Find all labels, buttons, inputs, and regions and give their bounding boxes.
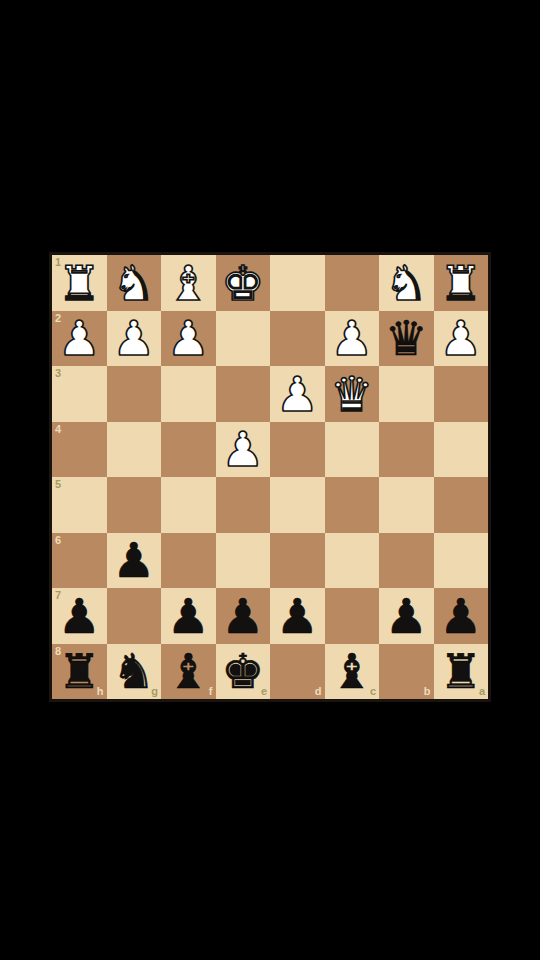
square-c3[interactable]: ♛ <box>325 366 380 422</box>
square-d7[interactable]: ♟ <box>270 588 325 644</box>
square-b2[interactable]: ♛ <box>379 311 434 367</box>
square-h8[interactable]: 8h♜ <box>52 644 107 700</box>
square-e8[interactable]: e♚ <box>216 644 271 700</box>
square-h1[interactable]: 1♜ <box>52 255 107 311</box>
chess-board: 1♜♞♝♚♞♜2♟♟♟♟♛♟3♟♛4♟56♟7♟♟♟♟♟♟8h♜g♞f♝e♚dc… <box>52 255 488 699</box>
square-c1[interactable] <box>325 255 380 311</box>
square-d6[interactable] <box>270 533 325 589</box>
square-h7[interactable]: 7♟ <box>52 588 107 644</box>
square-h6[interactable]: 6 <box>52 533 107 589</box>
square-f6[interactable] <box>161 533 216 589</box>
square-e1[interactable]: ♚ <box>216 255 271 311</box>
piece-white-pawn-g2[interactable]: ♟ <box>107 311 162 367</box>
rank-label-6: 6 <box>55 535 61 546</box>
piece-black-pawn-h7[interactable]: ♟ <box>52 588 107 644</box>
square-h2[interactable]: 2♟ <box>52 311 107 367</box>
square-g8[interactable]: g♞ <box>107 644 162 700</box>
square-a1[interactable]: ♜ <box>434 255 489 311</box>
square-g6[interactable]: ♟ <box>107 533 162 589</box>
square-e4[interactable]: ♟ <box>216 422 271 478</box>
square-e6[interactable] <box>216 533 271 589</box>
square-d1[interactable] <box>270 255 325 311</box>
piece-white-rook-a1[interactable]: ♜ <box>434 255 489 311</box>
square-h4[interactable]: 4 <box>52 422 107 478</box>
square-h5[interactable]: 5 <box>52 477 107 533</box>
square-c2[interactable]: ♟ <box>325 311 380 367</box>
square-c4[interactable] <box>325 422 380 478</box>
piece-black-pawn-e7[interactable]: ♟ <box>216 588 271 644</box>
piece-white-pawn-h2[interactable]: ♟ <box>52 311 107 367</box>
piece-white-pawn-d3[interactable]: ♟ <box>270 366 325 422</box>
piece-white-queen-c3[interactable]: ♛ <box>325 366 380 422</box>
piece-black-pawn-b7[interactable]: ♟ <box>379 588 434 644</box>
square-d4[interactable] <box>270 422 325 478</box>
piece-white-rook-h1[interactable]: ♜ <box>52 255 107 311</box>
piece-white-pawn-f2[interactable]: ♟ <box>161 311 216 367</box>
square-a7[interactable]: ♟ <box>434 588 489 644</box>
square-b3[interactable] <box>379 366 434 422</box>
square-e2[interactable] <box>216 311 271 367</box>
square-b1[interactable]: ♞ <box>379 255 434 311</box>
square-f8[interactable]: f♝ <box>161 644 216 700</box>
piece-black-queen-b2[interactable]: ♛ <box>379 311 434 367</box>
piece-white-bishop-f1[interactable]: ♝ <box>161 255 216 311</box>
square-b5[interactable] <box>379 477 434 533</box>
square-c5[interactable] <box>325 477 380 533</box>
square-a6[interactable] <box>434 533 489 589</box>
app-background: 1♜♞♝♚♞♜2♟♟♟♟♛♟3♟♛4♟56♟7♟♟♟♟♟♟8h♜g♞f♝e♚dc… <box>0 0 540 960</box>
piece-black-pawn-a7[interactable]: ♟ <box>434 588 489 644</box>
piece-white-knight-b1[interactable]: ♞ <box>379 255 434 311</box>
square-d2[interactable] <box>270 311 325 367</box>
piece-black-pawn-d7[interactable]: ♟ <box>270 588 325 644</box>
square-g4[interactable] <box>107 422 162 478</box>
square-c6[interactable] <box>325 533 380 589</box>
square-g3[interactable] <box>107 366 162 422</box>
piece-white-pawn-c2[interactable]: ♟ <box>325 311 380 367</box>
piece-black-pawn-g6[interactable]: ♟ <box>107 533 162 589</box>
square-f1[interactable]: ♝ <box>161 255 216 311</box>
rank-label-4: 4 <box>55 424 61 435</box>
chess-board-frame: 1♜♞♝♚♞♜2♟♟♟♟♛♟3♟♛4♟56♟7♟♟♟♟♟♟8h♜g♞f♝e♚dc… <box>49 252 491 702</box>
square-g7[interactable] <box>107 588 162 644</box>
piece-white-king-e1[interactable]: ♚ <box>216 255 271 311</box>
square-c8[interactable]: c♝ <box>325 644 380 700</box>
square-e3[interactable] <box>216 366 271 422</box>
piece-white-pawn-a2[interactable]: ♟ <box>434 311 489 367</box>
square-e5[interactable] <box>216 477 271 533</box>
square-g5[interactable] <box>107 477 162 533</box>
piece-black-bishop-f8[interactable]: ♝ <box>161 644 216 700</box>
square-b4[interactable] <box>379 422 434 478</box>
square-f3[interactable] <box>161 366 216 422</box>
square-f5[interactable] <box>161 477 216 533</box>
piece-black-pawn-f7[interactable]: ♟ <box>161 588 216 644</box>
piece-white-pawn-e4[interactable]: ♟ <box>216 422 271 478</box>
square-e7[interactable]: ♟ <box>216 588 271 644</box>
square-d3[interactable]: ♟ <box>270 366 325 422</box>
rank-label-5: 5 <box>55 479 61 490</box>
square-a8[interactable]: a♜ <box>434 644 489 700</box>
piece-black-bishop-c8[interactable]: ♝ <box>325 644 380 700</box>
square-a5[interactable] <box>434 477 489 533</box>
square-g2[interactable]: ♟ <box>107 311 162 367</box>
square-b8[interactable]: b <box>379 644 434 700</box>
square-c7[interactable] <box>325 588 380 644</box>
piece-black-king-e8[interactable]: ♚ <box>216 644 271 700</box>
file-label-d: d <box>315 686 322 697</box>
square-f4[interactable] <box>161 422 216 478</box>
file-label-b: b <box>424 686 431 697</box>
piece-black-rook-a8[interactable]: ♜ <box>434 644 489 700</box>
square-h3[interactable]: 3 <box>52 366 107 422</box>
square-d8[interactable]: d <box>270 644 325 700</box>
piece-black-rook-h8[interactable]: ♜ <box>52 644 107 700</box>
square-f7[interactable]: ♟ <box>161 588 216 644</box>
square-a3[interactable] <box>434 366 489 422</box>
square-b6[interactable] <box>379 533 434 589</box>
square-b7[interactable]: ♟ <box>379 588 434 644</box>
rank-label-3: 3 <box>55 368 61 379</box>
square-a4[interactable] <box>434 422 489 478</box>
piece-black-knight-g8[interactable]: ♞ <box>107 644 162 700</box>
square-f2[interactable]: ♟ <box>161 311 216 367</box>
square-a2[interactable]: ♟ <box>434 311 489 367</box>
piece-white-knight-g1[interactable]: ♞ <box>107 255 162 311</box>
square-d5[interactable] <box>270 477 325 533</box>
square-g1[interactable]: ♞ <box>107 255 162 311</box>
